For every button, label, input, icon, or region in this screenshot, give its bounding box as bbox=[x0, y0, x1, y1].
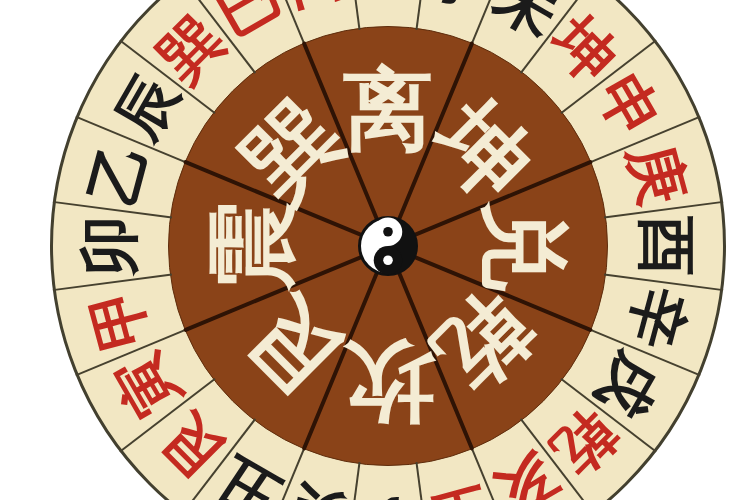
trigram-li: 离 bbox=[343, 65, 433, 155]
bagua-compass-diagram: 午 丁 未 坤 申 庚 酉 辛 戌 乾 亥 壬 子 癸 丑 艮 寅 甲 卯 乙 … bbox=[0, 0, 750, 500]
trigram-dui: 兑 bbox=[479, 201, 569, 291]
mountain-mao: 卯 bbox=[79, 216, 139, 276]
trigram-zhen: 震 bbox=[207, 201, 297, 291]
trigram-kan: 坎 bbox=[343, 337, 433, 427]
taiji-yin-yang-symbol bbox=[357, 215, 419, 277]
mountain-you: 酉 bbox=[637, 216, 697, 276]
mountain-zi: 子 bbox=[358, 495, 418, 500]
